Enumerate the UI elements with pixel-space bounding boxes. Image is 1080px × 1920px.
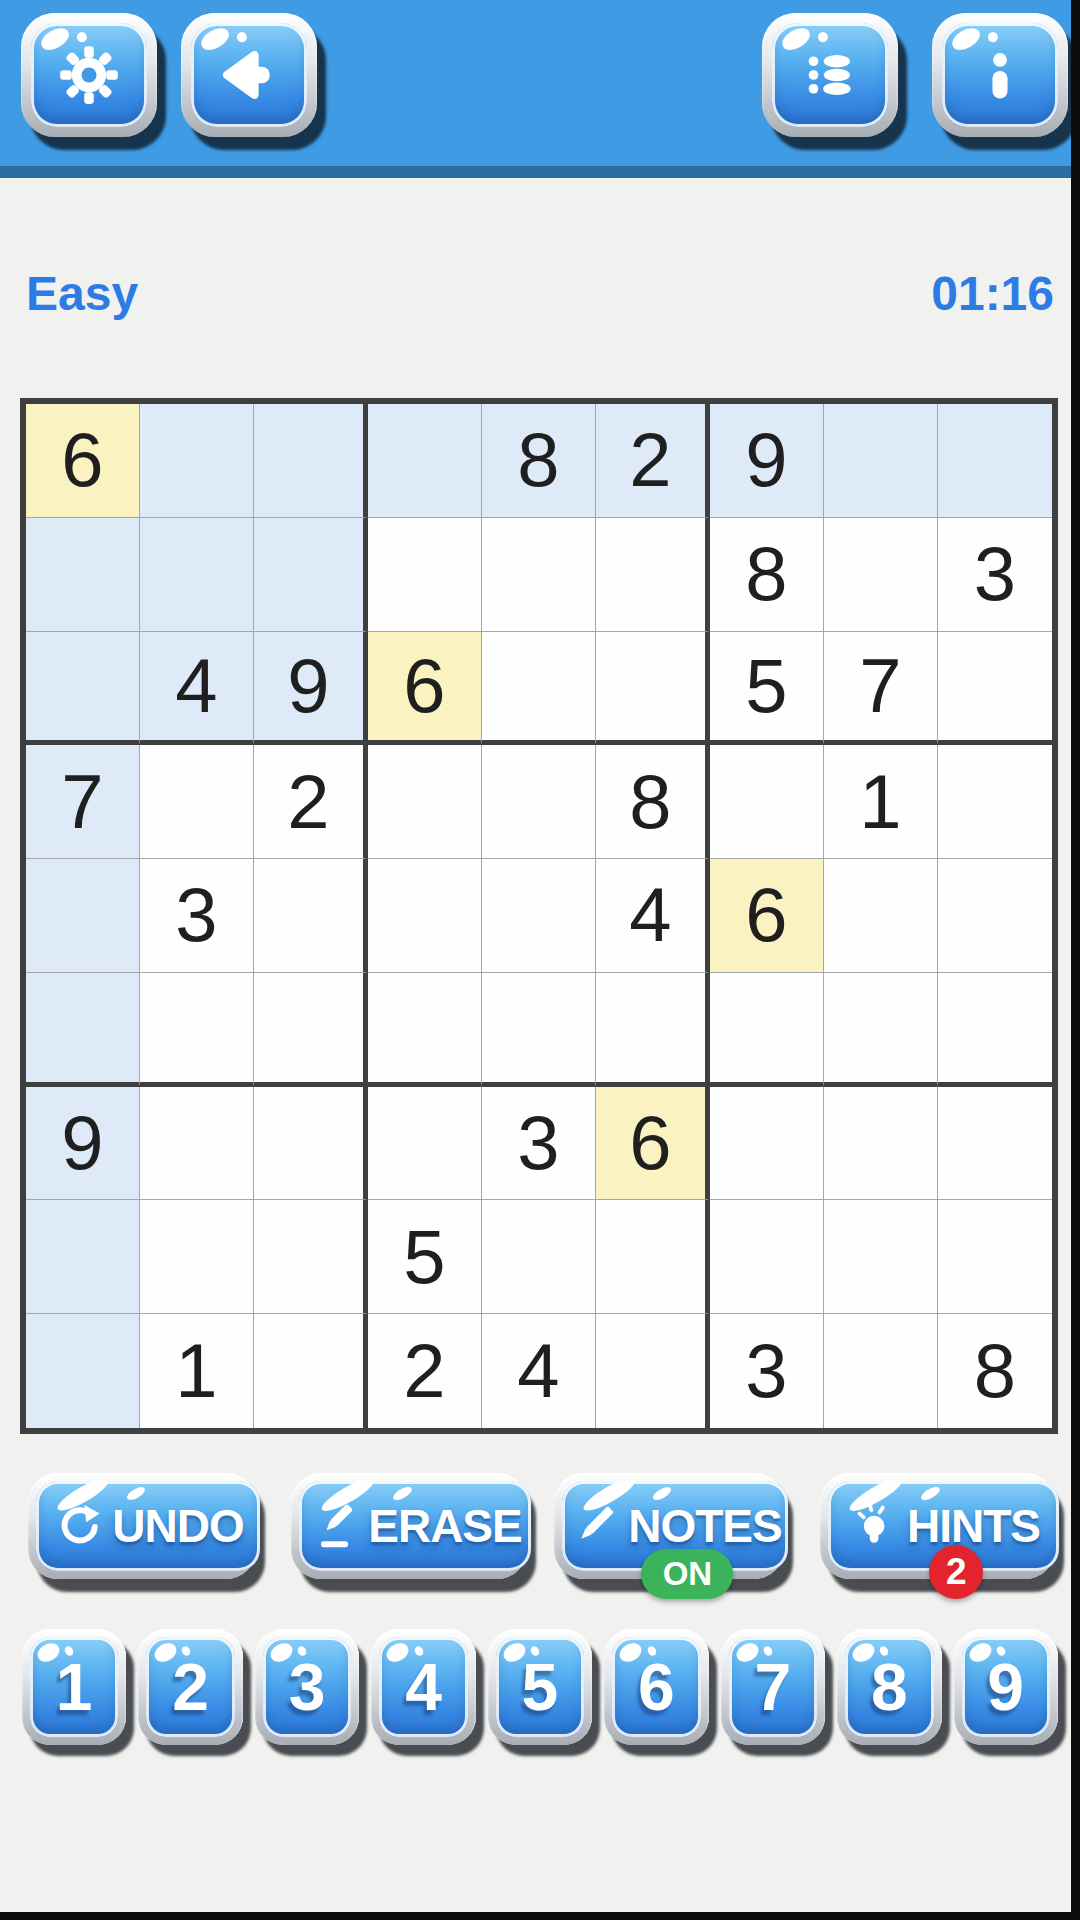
sudoku-board: 682983496577281346936512438 bbox=[20, 398, 1058, 1434]
cell-r2c9[interactable]: 3 bbox=[938, 518, 1052, 632]
cell-r4c6[interactable]: 8 bbox=[596, 745, 710, 859]
cell-r3c2[interactable]: 4 bbox=[140, 632, 254, 746]
cell-r1c6[interactable]: 2 bbox=[596, 404, 710, 518]
cell-r8c3[interactable] bbox=[254, 1200, 368, 1314]
numpad-8-button[interactable]: 8 bbox=[837, 1629, 941, 1745]
cell-r5c3[interactable] bbox=[254, 859, 368, 973]
cell-r5c2[interactable]: 3 bbox=[140, 859, 254, 973]
cell-r6c8[interactable] bbox=[824, 973, 938, 1087]
cell-r6c9[interactable] bbox=[938, 973, 1052, 1087]
topbar bbox=[0, 0, 1080, 166]
undo-icon bbox=[52, 1500, 104, 1552]
cell-r8c5[interactable] bbox=[482, 1200, 596, 1314]
cell-digit: 6 bbox=[403, 648, 445, 724]
cell-digit: 4 bbox=[517, 1333, 559, 1409]
cell-digit: 2 bbox=[629, 422, 671, 498]
cell-digit: 3 bbox=[517, 1105, 559, 1181]
settings-button[interactable] bbox=[21, 13, 157, 137]
cell-r7c4[interactable] bbox=[368, 1087, 482, 1201]
cell-r6c6[interactable] bbox=[596, 973, 710, 1087]
cell-r7c3[interactable] bbox=[254, 1087, 368, 1201]
erase-button[interactable]: ERASE bbox=[291, 1473, 527, 1579]
numpad-3-button[interactable]: 3 bbox=[255, 1629, 359, 1745]
cell-r5c5[interactable] bbox=[482, 859, 596, 973]
cell-r2c5[interactable] bbox=[482, 518, 596, 632]
cell-r3c1[interactable] bbox=[26, 632, 140, 746]
cell-r9c6[interactable] bbox=[596, 1314, 710, 1428]
hints-label: HINTS bbox=[907, 1499, 1040, 1553]
cell-r4c8[interactable]: 1 bbox=[824, 745, 938, 859]
cell-digit: 1 bbox=[859, 764, 901, 840]
screen-edge-bottom bbox=[0, 1912, 1080, 1920]
cell-r6c7[interactable] bbox=[710, 973, 824, 1087]
erase-icon bbox=[308, 1500, 360, 1552]
cell-digit: 7 bbox=[61, 764, 103, 840]
numpad-digit: 2 bbox=[172, 1649, 209, 1725]
cell-r7c2[interactable] bbox=[140, 1087, 254, 1201]
cell-digit: 5 bbox=[403, 1219, 445, 1295]
cell-r4c7[interactable] bbox=[710, 745, 824, 859]
cell-digit: 6 bbox=[745, 877, 787, 953]
difficulty-label: Easy bbox=[26, 266, 138, 321]
cell-r9c8[interactable] bbox=[824, 1314, 938, 1428]
numpad-digit: 4 bbox=[405, 1649, 442, 1725]
notes-on-badge: ON bbox=[641, 1549, 733, 1599]
cell-digit: 3 bbox=[175, 877, 217, 953]
cell-r1c3[interactable] bbox=[254, 404, 368, 518]
cell-r8c9[interactable] bbox=[938, 1200, 1052, 1314]
numpad-digit: 8 bbox=[871, 1649, 908, 1725]
numpad-digit: 1 bbox=[56, 1649, 93, 1725]
numpad-digit: 5 bbox=[522, 1649, 559, 1725]
cell-r1c5[interactable]: 8 bbox=[482, 404, 596, 518]
numpad-6-button[interactable]: 6 bbox=[604, 1629, 708, 1745]
topbar-edge bbox=[0, 166, 1080, 178]
cell-r4c4[interactable] bbox=[368, 745, 482, 859]
cell-r6c4[interactable] bbox=[368, 973, 482, 1087]
cell-digit: 9 bbox=[745, 422, 787, 498]
cell-r2c2[interactable] bbox=[140, 518, 254, 632]
cell-r1c2[interactable] bbox=[140, 404, 254, 518]
cell-r1c9[interactable] bbox=[938, 404, 1052, 518]
cell-digit: 4 bbox=[629, 877, 671, 953]
info-icon bbox=[967, 42, 1033, 108]
timer: 01:16 bbox=[931, 266, 1054, 321]
cell-digit: 4 bbox=[175, 648, 217, 724]
cell-digit: 2 bbox=[287, 764, 329, 840]
cell-r8c8[interactable] bbox=[824, 1200, 938, 1314]
numpad-1-button[interactable]: 1 bbox=[22, 1629, 126, 1745]
cell-r3c3[interactable]: 9 bbox=[254, 632, 368, 746]
cell-r4c2[interactable] bbox=[140, 745, 254, 859]
numpad: 123456789 bbox=[22, 1629, 1058, 1745]
cell-r5c6[interactable]: 4 bbox=[596, 859, 710, 973]
screen-edge-right bbox=[1071, 0, 1080, 1920]
cell-r8c7[interactable] bbox=[710, 1200, 824, 1314]
cell-digit: 8 bbox=[629, 764, 671, 840]
cell-r1c7[interactable]: 9 bbox=[710, 404, 824, 518]
numpad-9-button[interactable]: 9 bbox=[954, 1629, 1058, 1745]
cell-r7c6[interactable]: 6 bbox=[596, 1087, 710, 1201]
cell-digit: 6 bbox=[629, 1105, 671, 1181]
cell-r8c6[interactable] bbox=[596, 1200, 710, 1314]
hints-count-badge: 2 bbox=[929, 1545, 983, 1599]
undo-label: UNDO bbox=[112, 1499, 243, 1553]
numpad-digit: 7 bbox=[754, 1649, 791, 1725]
cell-digit: 6 bbox=[61, 422, 103, 498]
cell-r7c1[interactable]: 9 bbox=[26, 1087, 140, 1201]
cell-r5c4[interactable] bbox=[368, 859, 482, 973]
cell-r5c9[interactable] bbox=[938, 859, 1052, 973]
numpad-5-button[interactable]: 5 bbox=[488, 1629, 592, 1745]
cell-r2c8[interactable] bbox=[824, 518, 938, 632]
cell-r4c5[interactable] bbox=[482, 745, 596, 859]
cell-r7c7[interactable] bbox=[710, 1087, 824, 1201]
cell-r8c1[interactable] bbox=[26, 1200, 140, 1314]
cell-r2c4[interactable] bbox=[368, 518, 482, 632]
levels-list-button[interactable] bbox=[762, 13, 898, 137]
cell-r2c1[interactable] bbox=[26, 518, 140, 632]
cell-digit: 8 bbox=[745, 536, 787, 612]
gear-icon bbox=[56, 42, 122, 108]
cell-r6c2[interactable] bbox=[140, 973, 254, 1087]
numpad-7-button[interactable]: 7 bbox=[721, 1629, 825, 1745]
undo-button[interactable]: UNDO bbox=[28, 1473, 256, 1579]
cell-digit: 8 bbox=[974, 1333, 1016, 1409]
cell-r5c1[interactable] bbox=[26, 859, 140, 973]
notes-label: NOTES bbox=[628, 1499, 781, 1553]
cell-r1c8[interactable] bbox=[824, 404, 938, 518]
cell-r4c3[interactable]: 2 bbox=[254, 745, 368, 859]
cell-r2c7[interactable]: 8 bbox=[710, 518, 824, 632]
cell-r1c1[interactable]: 6 bbox=[26, 404, 140, 518]
cell-digit: 8 bbox=[517, 422, 559, 498]
cell-r4c1[interactable]: 7 bbox=[26, 745, 140, 859]
cell-r8c4[interactable]: 5 bbox=[368, 1200, 482, 1314]
cell-r9c5[interactable]: 4 bbox=[482, 1314, 596, 1428]
cell-r7c5[interactable]: 3 bbox=[482, 1087, 596, 1201]
cell-r2c3[interactable] bbox=[254, 518, 368, 632]
numpad-digit: 3 bbox=[289, 1649, 326, 1725]
cell-digit: 5 bbox=[745, 648, 787, 724]
numpad-digit: 6 bbox=[638, 1649, 675, 1725]
cell-r9c4[interactable]: 2 bbox=[368, 1314, 482, 1428]
cell-r9c7[interactable]: 3 bbox=[710, 1314, 824, 1428]
cell-r6c5[interactable] bbox=[482, 973, 596, 1087]
cell-r3c5[interactable] bbox=[482, 632, 596, 746]
cell-r6c1[interactable] bbox=[26, 973, 140, 1087]
cell-digit: 3 bbox=[974, 536, 1016, 612]
cell-digit: 2 bbox=[403, 1333, 445, 1409]
cell-r1c4[interactable] bbox=[368, 404, 482, 518]
hints-button[interactable]: HINTS 2 bbox=[820, 1473, 1055, 1579]
cell-digit: 9 bbox=[287, 648, 329, 724]
cell-r5c7[interactable]: 6 bbox=[710, 859, 824, 973]
notes-button[interactable]: NOTES ON bbox=[554, 1473, 784, 1579]
cell-r9c2[interactable]: 1 bbox=[140, 1314, 254, 1428]
back-button[interactable] bbox=[181, 13, 317, 137]
cell-r3c9[interactable] bbox=[938, 632, 1052, 746]
cell-r3c4[interactable]: 6 bbox=[368, 632, 482, 746]
numpad-2-button[interactable]: 2 bbox=[138, 1629, 242, 1745]
cell-r8c2[interactable] bbox=[140, 1200, 254, 1314]
back-arrow-icon bbox=[216, 42, 282, 108]
cell-r9c3[interactable] bbox=[254, 1314, 368, 1428]
cell-r3c8[interactable]: 7 bbox=[824, 632, 938, 746]
cell-r3c7[interactable]: 5 bbox=[710, 632, 824, 746]
cell-r7c9[interactable] bbox=[938, 1087, 1052, 1201]
cell-digit: 7 bbox=[859, 648, 901, 724]
cell-r5c8[interactable] bbox=[824, 859, 938, 973]
numpad-digit: 9 bbox=[987, 1649, 1024, 1725]
cell-r7c8[interactable] bbox=[824, 1087, 938, 1201]
cell-r9c1[interactable] bbox=[26, 1314, 140, 1428]
erase-label: ERASE bbox=[368, 1499, 521, 1553]
hints-bulb-icon bbox=[847, 1500, 899, 1552]
numpad-4-button[interactable]: 4 bbox=[371, 1629, 475, 1745]
app-screen: Easy 01:16 682983496577281346936512438 U… bbox=[0, 0, 1080, 1920]
list-icon bbox=[797, 42, 863, 108]
cell-r4c9[interactable] bbox=[938, 745, 1052, 859]
notes-pencil-icon bbox=[568, 1500, 620, 1552]
cell-digit: 9 bbox=[61, 1105, 103, 1181]
cell-r6c3[interactable] bbox=[254, 973, 368, 1087]
cell-r2c6[interactable] bbox=[596, 518, 710, 632]
info-button[interactable] bbox=[932, 13, 1068, 137]
cell-r3c6[interactable] bbox=[596, 632, 710, 746]
cell-r9c9[interactable]: 8 bbox=[938, 1314, 1052, 1428]
cell-digit: 1 bbox=[175, 1333, 217, 1409]
cell-digit: 3 bbox=[745, 1333, 787, 1409]
